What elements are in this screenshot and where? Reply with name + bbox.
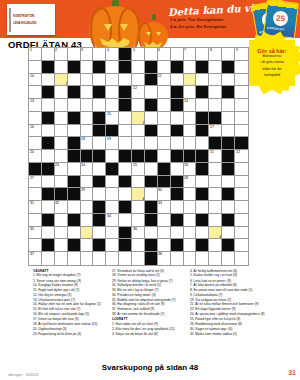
clue-column-2: 27. Strandsatt får klara vad lä sitt (3)… xyxy=(112,268,191,362)
cell-r7c3[interactable] xyxy=(55,125,68,138)
cell-r2c8 xyxy=(119,61,132,74)
cell-r6c7[interactable]: 15 xyxy=(106,112,119,125)
cell-r11c12 xyxy=(171,176,184,189)
cell-r2c14 xyxy=(196,61,209,74)
cell-r2c9[interactable] xyxy=(132,61,145,74)
cell-r4c9[interactable]: 12 xyxy=(132,86,145,99)
cell-r15c3[interactable] xyxy=(55,227,68,240)
cell-r4c10[interactable] xyxy=(145,86,158,99)
cell-r4c5[interactable] xyxy=(81,86,94,99)
cell-r14c13[interactable] xyxy=(184,214,197,227)
cell-r12c15[interactable] xyxy=(209,188,222,201)
cell-r7c11[interactable] xyxy=(158,125,171,138)
cell-r7c16[interactable] xyxy=(222,125,235,138)
cell-r7c9[interactable] xyxy=(132,125,145,138)
cell-r8c17 xyxy=(235,137,248,150)
cell-r13c7[interactable] xyxy=(106,201,119,214)
clue-number: 22 xyxy=(236,150,240,154)
clue-number: 6 xyxy=(158,48,160,52)
cell-r14c11[interactable] xyxy=(158,214,171,227)
cell-r7c12 xyxy=(171,125,184,138)
cell-r10c12[interactable] xyxy=(171,163,184,176)
clue-number: 17 xyxy=(210,125,214,129)
cell-r8c14[interactable] xyxy=(196,137,209,150)
cell-r2c11[interactable] xyxy=(158,61,171,74)
cell-r8c12[interactable] xyxy=(171,137,184,150)
cell-r6c14 xyxy=(196,112,209,125)
cell-r6c1[interactable] xyxy=(29,112,42,125)
cell-r9c4 xyxy=(68,150,81,163)
clue-number: 5 xyxy=(133,48,135,52)
clue-number: 25 xyxy=(133,163,137,167)
cell-r8c11[interactable] xyxy=(158,137,171,150)
cell-r15c5[interactable]: 5 xyxy=(81,227,94,240)
clue-column-1: VÅGRÄTT1. Blir nog ett moget skogsbär (7… xyxy=(33,268,112,362)
cell-r8c2 xyxy=(42,137,55,150)
cell-r2c10 xyxy=(145,61,158,74)
cell-r1c17[interactable]: 9 xyxy=(235,48,248,61)
clue-number: 10 xyxy=(30,74,34,78)
cell-r17c6[interactable] xyxy=(93,252,106,265)
cell-r14c8[interactable] xyxy=(119,214,132,227)
cell-r11c13[interactable]: 28 xyxy=(184,176,197,189)
cell-r17c13[interactable] xyxy=(184,252,197,265)
clue-number: 20 xyxy=(30,150,34,154)
cell-r11c17[interactable] xyxy=(235,176,248,189)
cell-r15c17[interactable] xyxy=(235,227,248,240)
cell-r16c9[interactable] xyxy=(132,239,145,252)
cell-r15c1[interactable]: 35 xyxy=(29,227,42,240)
cell-r8c1[interactable] xyxy=(29,137,42,150)
cell-r17c2[interactable] xyxy=(42,252,55,265)
cell-r15c7[interactable] xyxy=(106,227,119,240)
cell-r12c5[interactable]: 29 xyxy=(81,188,94,201)
cell-r1c4[interactable] xyxy=(68,48,81,61)
cell-r10c5[interactable]: 24 xyxy=(81,163,94,176)
howto-instructions: Bokstävernai de gula rutornabildar här d… xyxy=(245,54,299,80)
cell-r17c3[interactable] xyxy=(55,252,68,265)
cell-r12c14 xyxy=(196,188,209,201)
cell-r6c12[interactable] xyxy=(171,112,184,125)
cell-r12c6[interactable] xyxy=(93,188,106,201)
cell-r3c14[interactable] xyxy=(196,74,209,87)
cell-r5c9[interactable] xyxy=(132,99,145,112)
clue-number: 35 xyxy=(30,227,34,231)
cell-r4c8 xyxy=(119,86,132,99)
cell-r14c1[interactable] xyxy=(29,214,42,227)
cell-r5c12 xyxy=(171,99,184,112)
cell-r5c15[interactable] xyxy=(209,99,222,112)
cell-r2c15[interactable] xyxy=(209,61,222,74)
cell-r5c4[interactable] xyxy=(68,99,81,112)
cell-r13c9[interactable] xyxy=(132,201,145,214)
cell-r14c9[interactable] xyxy=(132,214,145,227)
clue-number: 29 xyxy=(81,188,85,192)
clue-column-3: 4. Är festlig kaffemosterns tes (6)5. Ka… xyxy=(190,268,269,362)
cell-r8c16 xyxy=(222,137,235,150)
cell-r2c13[interactable] xyxy=(184,61,197,74)
cell-r14c3[interactable] xyxy=(55,214,68,227)
cell-r13c14[interactable] xyxy=(196,201,209,214)
cell-r10c16 xyxy=(222,163,235,176)
clue-number: 21 xyxy=(210,150,214,154)
cell-r16c3[interactable] xyxy=(55,239,68,252)
cell-r11c2[interactable] xyxy=(42,176,55,189)
clue-number: 23 xyxy=(55,163,59,167)
cell-r1c12[interactable] xyxy=(171,48,184,61)
cell-r12c10[interactable] xyxy=(145,188,158,201)
cell-r2c16 xyxy=(222,61,235,74)
clue-number: 16 xyxy=(30,125,34,129)
constructor-photo xyxy=(9,8,11,32)
cell-r1c14[interactable] xyxy=(196,48,209,61)
cell-r12c3 xyxy=(55,188,68,201)
clue-number: 37 xyxy=(30,252,34,256)
cell-r17c4[interactable] xyxy=(68,252,81,265)
cell-r16c1[interactable] xyxy=(29,239,42,252)
clue-number: 15 xyxy=(107,112,111,116)
cell-r13c15[interactable] xyxy=(209,201,222,214)
cell-r2c2 xyxy=(42,61,55,74)
cell-r17c7[interactable] xyxy=(106,252,119,265)
cell-r11c7[interactable] xyxy=(106,176,119,189)
cell-r13c4[interactable] xyxy=(68,201,81,214)
cell-r13c11[interactable]: 33 xyxy=(158,201,171,214)
cell-r1c6[interactable] xyxy=(93,48,106,61)
cell-r13c16[interactable] xyxy=(222,201,235,214)
clue-number: 14 xyxy=(184,99,188,103)
cell-r4c11[interactable] xyxy=(158,86,171,99)
cell-r4c3[interactable] xyxy=(55,86,68,99)
cell-r3c1[interactable]: 10 xyxy=(29,74,42,87)
cell-r7c4[interactable] xyxy=(68,125,81,138)
cell-r13c10 xyxy=(145,201,158,214)
cell-r15c6[interactable] xyxy=(93,227,106,240)
cell-r8c8[interactable] xyxy=(119,137,132,150)
cell-r6c4 xyxy=(68,112,81,125)
cell-r10c15[interactable] xyxy=(209,163,222,176)
cell-r13c3[interactable]: 32 xyxy=(55,201,68,214)
cell-r6c10[interactable] xyxy=(145,112,158,125)
clue-number: 1 xyxy=(30,48,32,52)
cell-r6c9[interactable]: 3 xyxy=(132,112,145,125)
cell-r7c2[interactable] xyxy=(42,125,55,138)
cell-r8c6[interactable] xyxy=(93,137,106,150)
cell-r14c17[interactable] xyxy=(235,214,248,227)
cell-r15c10[interactable] xyxy=(145,227,158,240)
clue-number: 19 xyxy=(107,137,111,141)
cell-r17c1[interactable]: 37 xyxy=(29,252,42,265)
cell-r15c2[interactable] xyxy=(42,227,55,240)
cell-r8c5[interactable]: 18 xyxy=(81,137,94,150)
clue-number: 27 xyxy=(30,176,34,180)
cell-r9c17[interactable]: 22 xyxy=(235,150,248,163)
cell-r13c8 xyxy=(119,201,132,214)
cell-r15c4[interactable] xyxy=(68,227,81,240)
cell-r7c7 xyxy=(106,125,119,138)
cell-r12c9[interactable]: 4 xyxy=(132,188,145,201)
cell-r3c5[interactable] xyxy=(81,74,94,87)
cell-r9c14 xyxy=(196,150,209,163)
cell-r7c8[interactable] xyxy=(119,125,132,138)
cell-r10c10[interactable] xyxy=(145,163,158,176)
cell-r14c15[interactable] xyxy=(209,214,222,227)
cell-r4c4 xyxy=(68,86,81,99)
cell-r1c9[interactable]: 5 xyxy=(132,48,145,61)
cell-r3c7[interactable] xyxy=(106,74,119,87)
cell-r4c15[interactable] xyxy=(209,86,222,99)
cell-r4c13[interactable] xyxy=(184,86,197,99)
cell-r14c12 xyxy=(171,214,184,227)
cell-r14c4 xyxy=(68,214,81,227)
cell-r5c5[interactable] xyxy=(81,99,94,112)
cell-r16c5[interactable] xyxy=(81,239,94,252)
cell-r5c1[interactable]: 13 xyxy=(29,99,42,112)
cell-r16c13[interactable] xyxy=(184,239,197,252)
cell-r1c2[interactable] xyxy=(42,48,55,61)
cell-r3c16[interactable] xyxy=(222,74,235,87)
cell-r13c17[interactable] xyxy=(235,201,248,214)
cell-r16c15[interactable] xyxy=(209,239,222,252)
constructor-card: KONSTRUKTÖR: LENA HOLMLUND xyxy=(7,4,55,35)
cell-r12c13[interactable] xyxy=(184,188,197,201)
cell-r14c7[interactable]: 34 xyxy=(106,214,119,227)
cell-r3c2[interactable] xyxy=(42,74,55,87)
cell-r17c11[interactable]: 38 xyxy=(158,252,171,265)
cell-r11c16[interactable] xyxy=(222,176,235,189)
cell-r2c17[interactable] xyxy=(235,61,248,74)
cell-r7c5[interactable] xyxy=(81,125,94,138)
cell-r15c9[interactable]: 36 xyxy=(132,227,145,240)
clue-item: 32. Mjuka som trösbar siddus (5) xyxy=(190,331,268,336)
cell-r13c12[interactable] xyxy=(171,201,184,214)
cell-r8c15 xyxy=(209,137,222,150)
cell-r15c12[interactable] xyxy=(171,227,184,240)
cell-r9c16 xyxy=(222,150,235,163)
cell-r1c5[interactable]: 3 xyxy=(81,48,94,61)
cell-r5c2[interactable] xyxy=(42,99,55,112)
cell-r16c17[interactable] xyxy=(235,239,248,252)
cell-r6c15 xyxy=(209,112,222,125)
clue-section: VÅGRÄTT1. Blir nog ett moget skogsbär (7… xyxy=(33,268,269,362)
cell-r17c12[interactable] xyxy=(171,252,184,265)
cell-r5c17[interactable] xyxy=(235,99,248,112)
cell-r16c14 xyxy=(196,239,209,252)
howto-starburst: Gör så här: Bokstävernai de gula rutorna… xyxy=(244,32,300,102)
cell-r9c2[interactable] xyxy=(42,150,55,163)
cell-r15c8 xyxy=(119,227,132,240)
cell-r7c13[interactable] xyxy=(184,125,197,138)
cell-r1c11[interactable]: 6 xyxy=(158,48,171,61)
clue-number: 36 xyxy=(133,227,137,231)
cell-r11c1[interactable]: 27 xyxy=(29,176,42,189)
cell-r8c3[interactable] xyxy=(55,137,68,150)
clue-number: 18 xyxy=(81,137,85,141)
cell-r11c11 xyxy=(158,176,171,189)
cell-r2c1[interactable] xyxy=(29,61,42,74)
cell-r3c15[interactable] xyxy=(209,74,222,87)
pumpkin-large xyxy=(89,0,141,54)
cell-r6c13[interactable] xyxy=(184,112,197,125)
crossword-grid[interactable]: 1234567891011121213141531617181920212223… xyxy=(28,47,249,266)
cell-r17c14[interactable] xyxy=(196,252,209,265)
cell-r8c13[interactable] xyxy=(184,137,197,150)
cell-r12c8[interactable] xyxy=(119,188,132,201)
cell-r15c14[interactable] xyxy=(196,227,209,240)
cell-r8c9[interactable] xyxy=(132,137,145,150)
cell-r17c17[interactable] xyxy=(235,252,248,265)
cell-r14c2 xyxy=(42,214,55,227)
cell-r7c17[interactable] xyxy=(235,125,248,138)
cell-r6c17[interactable] xyxy=(235,112,248,125)
cell-r11c3[interactable] xyxy=(55,176,68,189)
cell-r2c12 xyxy=(171,61,184,74)
cell-r7c10 xyxy=(145,125,158,138)
cell-r12c4 xyxy=(68,188,81,201)
cell-r1c13[interactable]: 7 xyxy=(184,48,197,61)
cell-r16c16 xyxy=(222,239,235,252)
cell-r1c10[interactable] xyxy=(145,48,158,61)
cell-r1c3[interactable]: 2 xyxy=(55,48,68,61)
cell-r3c6[interactable] xyxy=(93,74,106,87)
cell-r15c13[interactable] xyxy=(184,227,197,240)
cell-r6c11[interactable] xyxy=(158,112,171,125)
cell-r6c8[interactable] xyxy=(119,112,132,125)
cell-r5c14[interactable] xyxy=(196,99,209,112)
cell-r3c4[interactable] xyxy=(68,74,81,87)
cell-r12c11[interactable]: 30 xyxy=(158,188,171,201)
cell-r9c10 xyxy=(145,150,158,163)
cell-r11c15[interactable] xyxy=(209,176,222,189)
cell-r17c5[interactable] xyxy=(81,252,94,265)
cell-r5c3[interactable] xyxy=(55,99,68,112)
cell-r3c13[interactable]: 2 xyxy=(184,74,197,87)
cell-r8c10[interactable] xyxy=(145,137,158,150)
cell-r11c9[interactable] xyxy=(132,176,145,189)
cell-r5c11[interactable] xyxy=(158,99,171,112)
cell-r12c1[interactable] xyxy=(29,188,42,201)
cell-r9c7[interactable] xyxy=(106,150,119,163)
cell-r15c16[interactable] xyxy=(222,227,235,240)
cell-r11c6 xyxy=(93,176,106,189)
cell-r16c6 xyxy=(93,239,106,252)
cell-r13c6 xyxy=(93,201,106,214)
cell-r16c11[interactable] xyxy=(158,239,171,252)
cell-r5c16[interactable] xyxy=(222,99,235,112)
cell-r12c7[interactable] xyxy=(106,188,119,201)
cell-r16c2 xyxy=(42,239,55,252)
cell-r17c9[interactable] xyxy=(132,252,145,265)
cell-r7c15[interactable]: 17 xyxy=(209,125,222,138)
cell-r14c5[interactable] xyxy=(81,214,94,227)
cell-r9c9 xyxy=(132,150,145,163)
cell-r5c6[interactable] xyxy=(93,99,106,112)
clue-number: 28 xyxy=(184,176,188,180)
cell-r9c1[interactable]: 20 xyxy=(29,150,42,163)
cell-r12c12 xyxy=(171,188,184,201)
cell-r17c10 xyxy=(145,252,158,265)
cell-r12c17[interactable] xyxy=(235,188,248,201)
cell-r9c13 xyxy=(184,150,197,163)
cell-r1c8 xyxy=(119,48,132,61)
cell-r4c1[interactable] xyxy=(29,86,42,99)
cell-r10c6[interactable] xyxy=(93,163,106,176)
cell-r13c5[interactable] xyxy=(81,201,94,214)
cell-r9c6 xyxy=(93,150,106,163)
cell-r4c6 xyxy=(93,86,106,99)
cell-r13c1[interactable]: 31 xyxy=(29,201,42,214)
cell-r2c3[interactable] xyxy=(55,61,68,74)
cell-r9c3[interactable] xyxy=(55,150,68,163)
cell-r4c7[interactable] xyxy=(106,86,119,99)
cell-r11c8 xyxy=(119,176,132,189)
cell-r4c14 xyxy=(196,86,209,99)
cell-r15c15[interactable]: 6 xyxy=(209,227,222,240)
cell-r13c13[interactable] xyxy=(184,201,197,214)
cell-r5c13[interactable]: 14 xyxy=(184,99,197,112)
cell-r4c17[interactable] xyxy=(235,86,248,99)
cell-r3c17[interactable] xyxy=(235,74,248,87)
cell-r10c8[interactable] xyxy=(119,163,132,176)
constructor-label: KONSTRUKTÖR: xyxy=(13,14,36,17)
cell-r10c3[interactable]: 23 xyxy=(55,163,68,176)
cell-r10c2 xyxy=(42,163,55,176)
cell-r3c11[interactable]: 11 xyxy=(158,74,171,87)
cell-r1c15[interactable]: 8 xyxy=(209,48,222,61)
cell-r3c3[interactable]: 1 xyxy=(55,74,68,87)
ticket-value-badge: 25 xyxy=(272,10,289,27)
cell-r17c16[interactable] xyxy=(222,252,235,265)
cell-r1c7[interactable]: 4 xyxy=(106,48,119,61)
cell-r10c17[interactable] xyxy=(235,163,248,176)
cell-r7c1[interactable]: 16 xyxy=(29,125,42,138)
cell-r3c9[interactable] xyxy=(132,74,145,87)
cell-r7c14 xyxy=(196,125,209,138)
cell-r2c5[interactable] xyxy=(81,61,94,74)
cell-r6c16[interactable] xyxy=(222,112,235,125)
cell-r5c8 xyxy=(119,99,132,112)
cell-r10c7 xyxy=(106,163,119,176)
cell-r6c3[interactable] xyxy=(55,112,68,125)
cell-r16c7[interactable] xyxy=(106,239,119,252)
cell-r9c11[interactable] xyxy=(158,150,171,163)
cell-r2c6 xyxy=(93,61,106,74)
cell-r1c16[interactable] xyxy=(222,48,235,61)
cell-r17c8[interactable] xyxy=(119,252,132,265)
cell-r2c7[interactable] xyxy=(106,61,119,74)
cell-r5c7[interactable] xyxy=(106,99,119,112)
cell-r3c12[interactable] xyxy=(171,74,184,87)
cell-r6c5[interactable] xyxy=(81,112,94,125)
cell-r10c4[interactable] xyxy=(68,163,81,176)
clue-number: 33 xyxy=(158,201,162,205)
cell-r1c1[interactable]: 1 xyxy=(29,48,42,61)
cell-r13c2[interactable] xyxy=(42,201,55,214)
cell-r17c15[interactable] xyxy=(209,252,222,265)
cell-r11c5[interactable] xyxy=(81,176,94,189)
cell-r15c11[interactable] xyxy=(158,227,171,240)
cell-r16c12 xyxy=(171,239,184,252)
clue-number: 2 xyxy=(55,48,57,52)
cell-r10c13[interactable]: 26 xyxy=(184,163,197,176)
clue-number: 26 xyxy=(184,163,188,167)
cell-r11c14[interactable] xyxy=(196,176,209,189)
cell-r10c9[interactable]: 25 xyxy=(132,163,145,176)
cell-r14c10 xyxy=(145,214,158,227)
cell-r8c7[interactable]: 19 xyxy=(106,137,119,150)
cell-r3c8[interactable] xyxy=(119,74,132,87)
cell-r9c15[interactable]: 21 xyxy=(209,150,222,163)
